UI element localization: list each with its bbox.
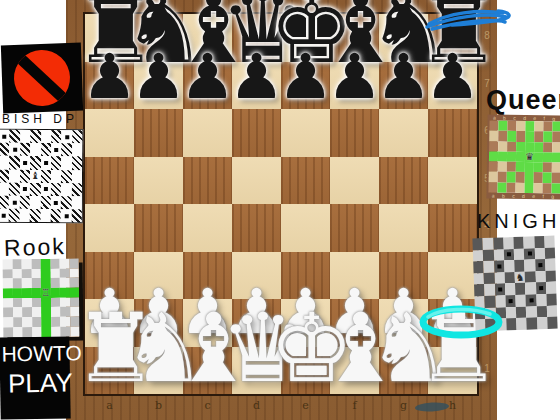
move-dot bbox=[54, 148, 58, 152]
square-d6[interactable] bbox=[232, 109, 281, 157]
knight-panel-label: KNIGHT bbox=[477, 210, 560, 233]
move-dot bbox=[2, 213, 6, 217]
move-dot bbox=[498, 288, 502, 292]
square-d5[interactable] bbox=[232, 157, 281, 205]
move-dot bbox=[64, 214, 68, 218]
square-g5[interactable] bbox=[379, 157, 428, 205]
knight-moves-diagram: ♞ bbox=[472, 236, 558, 332]
square-a5[interactable] bbox=[85, 157, 134, 205]
square-c5[interactable] bbox=[183, 157, 232, 205]
square-f4[interactable] bbox=[330, 204, 379, 252]
square-d4[interactable] bbox=[232, 204, 281, 252]
knight-icon: ♞ bbox=[515, 272, 524, 282]
move-dot bbox=[2, 134, 6, 138]
move-dot bbox=[13, 148, 17, 152]
black-pawn[interactable]: ♟ bbox=[416, 46, 489, 108]
queen-moves-diagram: a b c d e f g ♛ a b c d e f g bbox=[486, 114, 560, 199]
bishop-panel-label: BISH DP bbox=[2, 112, 78, 126]
move-dot bbox=[528, 252, 532, 256]
square-e4[interactable] bbox=[281, 204, 330, 252]
rook-panel-label: Rook bbox=[4, 233, 67, 262]
no-entry-panel bbox=[1, 43, 83, 114]
square-e5[interactable] bbox=[281, 157, 330, 205]
how-to-play-line1: HOWTO bbox=[1, 341, 69, 366]
queen-panel-label: Queen bbox=[486, 85, 560, 116]
queen-icon: ♛ bbox=[525, 152, 534, 162]
square-f5[interactable] bbox=[330, 157, 379, 205]
square-b6[interactable] bbox=[134, 109, 183, 157]
move-dot bbox=[509, 299, 513, 303]
how-to-play-line2: PLAY bbox=[8, 367, 71, 399]
chess-board: ♜♞♝♛♚♝♞♜♟♟♟♟♟♟♟♟♟♟♟♟♟♟♟♟♜♞♝♛♚♝♞♜ abcdefg… bbox=[66, 0, 497, 420]
square-g6[interactable] bbox=[379, 109, 428, 157]
square-c6[interactable] bbox=[183, 109, 232, 157]
bishop-moves-diagram: ♝ bbox=[0, 129, 83, 224]
move-dot bbox=[539, 286, 543, 290]
square-e6[interactable] bbox=[281, 109, 330, 157]
square-h4[interactable] bbox=[428, 204, 477, 252]
square-h6[interactable] bbox=[428, 109, 477, 157]
bishop-icon: ♝ bbox=[31, 171, 40, 181]
rook-moves-diagram: ♖ bbox=[3, 259, 80, 337]
square-g4[interactable] bbox=[379, 204, 428, 252]
move-dot bbox=[497, 264, 501, 268]
move-dot bbox=[44, 161, 48, 165]
square-c4[interactable] bbox=[183, 204, 232, 252]
move-dot bbox=[23, 161, 27, 165]
square-a4[interactable] bbox=[85, 204, 134, 252]
move-dot bbox=[538, 263, 542, 267]
how-to-play-button[interactable]: HOWTO PLAY bbox=[0, 336, 71, 419]
move-dot bbox=[23, 187, 27, 191]
move-dot bbox=[507, 253, 511, 257]
square-f6[interactable] bbox=[330, 109, 379, 157]
square-h5[interactable] bbox=[428, 157, 477, 205]
move-dot bbox=[529, 298, 533, 302]
move-dot bbox=[44, 187, 48, 191]
rook-icon: ♖ bbox=[41, 288, 50, 298]
square-b4[interactable] bbox=[134, 204, 183, 252]
square-b5[interactable] bbox=[134, 157, 183, 205]
move-dot bbox=[54, 201, 58, 205]
square-a6[interactable] bbox=[85, 109, 134, 157]
move-dot bbox=[12, 200, 16, 204]
move-dot bbox=[65, 135, 69, 139]
no-entry-icon bbox=[13, 49, 71, 107]
